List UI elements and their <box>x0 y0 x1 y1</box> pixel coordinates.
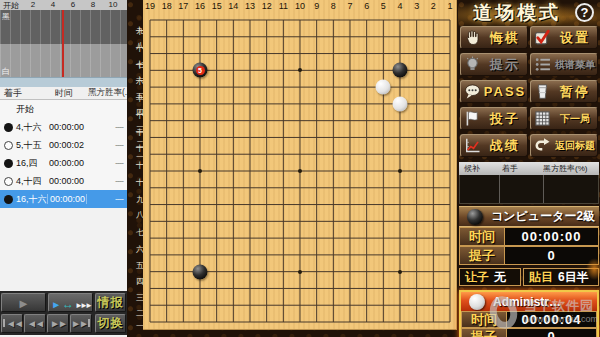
hoshi-point <box>298 68 302 72</box>
black-stone-icon <box>467 209 483 225</box>
button-label: 提示 <box>483 56 527 74</box>
pass-button[interactable]: PASS <box>460 80 528 103</box>
help-button[interactable]: ? <box>575 3 594 22</box>
fast-mode-icon <box>75 294 90 312</box>
fast-backward-button[interactable] <box>24 314 46 333</box>
results-button[interactable]: 战绩 <box>460 134 528 157</box>
settings-button[interactable]: 设置 <box>530 26 598 49</box>
row-label: 十六 <box>128 61 143 79</box>
return-icon <box>534 137 551 154</box>
left-panel: 开始246810 黑 白 着手 时间 黑方胜率(... 开始4,十六00:00:… <box>0 0 127 337</box>
move-row[interactable]: 开始 <box>0 100 127 118</box>
row-label: 十 <box>128 162 143 180</box>
column-label: 9 <box>314 1 319 11</box>
black-time-value: 00:00:00 <box>505 227 599 246</box>
move-winrate: ---- <box>87 140 123 150</box>
row-label: 一 <box>128 313 143 331</box>
mode-title: 道场模式 <box>459 0 575 26</box>
movelist-header-time: 时间 <box>47 87 87 100</box>
hoshi-point <box>198 169 202 173</box>
candidates-table: 候补 着手 黑方胜率(%) <box>459 162 599 204</box>
hoshi-point <box>298 270 302 274</box>
move-time: 00:00:00 <box>47 122 87 132</box>
button-label: 棋谱菜单 <box>553 58 597 72</box>
button-label: 战绩 <box>483 137 527 155</box>
grid-icon <box>534 110 551 127</box>
hand-icon <box>464 29 481 46</box>
skip-end-icon <box>71 318 91 329</box>
black-stone-icon <box>4 195 13 204</box>
black-captures-row: 提子 0 <box>459 246 599 265</box>
play-icon <box>17 294 30 312</box>
white-player-name: Administr… <box>493 295 561 309</box>
graph-axis-label: 8 <box>91 0 95 9</box>
move-row[interactable]: 4,十六00:00:00---- <box>0 118 127 136</box>
check-icon <box>534 29 551 46</box>
button-label: 投子 <box>483 110 527 128</box>
button-label: 悔棋 <box>483 29 527 47</box>
stone-black: 5 <box>193 63 208 78</box>
row-label: 二 <box>128 296 143 314</box>
graph-black-label: 黑 <box>2 11 10 22</box>
info-button[interactable]: 情报 <box>95 293 126 312</box>
move-time: 00:00:02 <box>47 140 87 150</box>
column-label: 5 <box>381 1 386 11</box>
switch-button[interactable]: 切换 <box>95 314 126 333</box>
column-label: 17 <box>178 1 188 11</box>
row-label: 十二 <box>128 128 143 146</box>
pause-button[interactable]: 暂停 <box>530 80 598 103</box>
black-captures-value: 0 <box>505 246 599 265</box>
title-bar: 道场模式 ? <box>459 0 599 25</box>
movelist-header-move: 着手 <box>0 87 47 100</box>
column-label: 19 <box>145 1 155 11</box>
row-label: 十七 <box>128 45 143 63</box>
candidates-body <box>459 175 599 204</box>
komi-value: 6目半 <box>558 269 589 286</box>
return-title-button[interactable]: 返回标题 <box>530 134 598 157</box>
transport-bar: 情报 切换 <box>0 291 127 335</box>
undo-button[interactable]: 悔棋 <box>460 26 528 49</box>
graph-axis-label: 6 <box>71 0 75 9</box>
move-coord: 4,十四 <box>16 175 42 188</box>
bulb-icon <box>464 56 481 73</box>
black-player-bar: コンピューター2級 <box>459 206 599 227</box>
chat-icon <box>464 83 481 100</box>
goban[interactable]: 19181716151413121110987654321 5 <box>143 0 457 330</box>
graph-axis-label: 2 <box>31 0 35 9</box>
handicap-label: 让子 <box>465 269 489 286</box>
row-label: 五 <box>128 246 143 264</box>
black-time-row: 时间 00:00:00 <box>459 227 599 246</box>
column-label: 12 <box>262 1 272 11</box>
button-label: 返回标题 <box>553 139 597 153</box>
kifu-menu-button: 棋谱菜单 <box>530 53 598 76</box>
board-grid[interactable]: 5 <box>150 20 450 322</box>
move-winrate: ---- <box>87 194 123 204</box>
row-label: 十四 <box>128 95 143 113</box>
fast-backward-icon <box>27 318 43 329</box>
graph-axis-label: 10 <box>109 0 118 9</box>
play-mode-icon <box>51 294 61 312</box>
column-label: 14 <box>228 1 238 11</box>
fast-forward-button[interactable] <box>47 314 69 333</box>
row-label: 六 <box>128 229 143 247</box>
column-label: 16 <box>195 1 205 11</box>
row-label: 十八 <box>128 28 143 46</box>
column-label: 18 <box>162 1 172 11</box>
skip-to-start-button[interactable] <box>1 314 23 333</box>
skip-to-end-button[interactable] <box>70 314 92 333</box>
row-label: 四 <box>128 263 143 281</box>
hoshi-point <box>398 169 402 173</box>
move-row[interactable]: 4,十四00:00:00---- <box>0 172 127 190</box>
black-stone-icon <box>4 123 13 132</box>
move-coord: 5,十五 <box>16 139 42 152</box>
play-button[interactable] <box>1 293 46 312</box>
stone-black <box>193 264 208 279</box>
move-row[interactable]: 5,十五00:00:02---- <box>0 136 127 154</box>
white-stone-icon <box>4 141 13 150</box>
white-time-row: 时间 00:00:04 <box>461 311 597 328</box>
cup-icon <box>534 83 551 100</box>
board-column-labels: 19181716151413121110987654321 <box>150 0 450 12</box>
hoshi-point <box>298 169 302 173</box>
button-label: 下一局 <box>553 112 597 126</box>
list-icon <box>534 56 551 73</box>
white-player-bar: Administr… <box>461 292 597 311</box>
column-label: 8 <box>331 1 336 11</box>
autoplay-mode-group[interactable] <box>48 293 93 312</box>
move-time: 00:00:00 <box>47 176 87 186</box>
column-label: 7 <box>347 1 352 11</box>
row-label: 十九 <box>128 11 143 29</box>
stone-white <box>393 96 408 111</box>
candidates-header: 候补 着手 黑方胜率(%) <box>459 162 599 175</box>
movelist: 开始4,十六00:00:00----5,十五00:00:02----16,四00… <box>0 100 127 208</box>
move-coord: 16,十六 <box>16 193 47 206</box>
board-region: 十九十八十七十六十五十四十三十二十一十九八七六五四三二一 19181716151… <box>127 0 458 337</box>
move-winrate: ---- <box>87 176 123 186</box>
movelist-header: 着手 时间 黑方胜率(... <box>0 87 127 100</box>
column-label: 2 <box>431 1 436 11</box>
row-label: 七 <box>128 212 143 230</box>
button-label: PASS <box>483 84 527 99</box>
button-label: 设置 <box>553 29 597 47</box>
current-move-line <box>62 10 64 77</box>
row-label: 八 <box>128 196 143 214</box>
row-label: 十五 <box>128 78 143 96</box>
white-stone-icon <box>469 294 485 310</box>
command-buttons: 悔棋设置提示棋谱菜单PASS暂停投子下一局战绩返回标题 <box>459 25 599 158</box>
move-time: 00:00:00 <box>47 158 87 168</box>
move-coord: 4,十六 <box>16 121 42 134</box>
move-coord: 16,四 <box>16 157 38 170</box>
komi-label: 貼目 <box>529 269 553 286</box>
column-label: 10 <box>295 1 305 11</box>
row-label: 三 <box>128 279 143 297</box>
column-label: 13 <box>245 1 255 11</box>
row-label: 十一 <box>128 145 143 163</box>
column-label: 1 <box>447 1 452 11</box>
movelist-header-winrate: 黑方胜率(... <box>87 87 127 99</box>
right-panel: 道场模式 ? 悔棋设置提示棋谱菜单PASS暂停投子下一局战绩返回标题 候补 着手… <box>458 0 600 337</box>
stone-black <box>393 63 408 78</box>
column-label: 3 <box>414 1 419 11</box>
white-time-value: 00:00:04 <box>507 311 597 328</box>
button-label: 暂停 <box>553 83 597 101</box>
move-time: 00:00:00 <box>47 194 87 204</box>
move-coord: 开始 <box>16 103 34 116</box>
graph-axis-label: 4 <box>51 0 55 9</box>
skip-start-icon <box>2 318 22 329</box>
loop-mode-icon <box>62 294 74 312</box>
column-label: 6 <box>364 1 369 11</box>
column-label: 15 <box>212 1 222 11</box>
hint-button: 提示 <box>460 53 528 76</box>
row-label: 九 <box>128 179 143 197</box>
next-game-button[interactable]: 下一局 <box>530 107 598 130</box>
move-row[interactable]: 16,四00:00:00---- <box>0 154 127 172</box>
fast-forward-icon <box>50 318 66 329</box>
move-row[interactable]: 16,十六00:00:00---- <box>0 190 127 208</box>
handicap-value: 无 <box>494 269 506 286</box>
white-stone-icon <box>4 177 13 186</box>
chart-icon <box>464 137 481 154</box>
board-row-labels: 十九十八十七十六十五十四十三十二十一十九八七六五四三二一 <box>128 20 143 322</box>
white-captures-value: 0 <box>507 328 597 337</box>
rules-row: 让子 无 貼目 6目半 <box>459 268 599 286</box>
graph-white-label: 白 <box>2 66 10 77</box>
black-stone-icon <box>4 159 13 168</box>
black-player-name: コンピューター2級 <box>491 208 595 225</box>
move-winrate: ---- <box>87 158 123 168</box>
column-label: 11 <box>279 1 288 11</box>
flag-icon <box>464 110 481 127</box>
go-app-window: 开始246810 黑 白 着手 时间 黑方胜率(... 开始4,十六00:00:… <box>0 0 600 337</box>
white-captures-row: 提子 0 <box>461 328 597 337</box>
column-label: 4 <box>397 1 402 11</box>
row-label: 十三 <box>128 112 143 130</box>
last-move-marker: 5 <box>196 66 205 75</box>
move-winrate: ---- <box>87 122 123 132</box>
winrate-graph: 开始246810 黑 白 <box>0 0 127 87</box>
hoshi-point <box>398 270 402 274</box>
resign-button[interactable]: 投子 <box>460 107 528 130</box>
white-player-box-active: Administr… 时间 00:00:04 提子 0 <box>459 290 599 337</box>
graph-scrollbar[interactable] <box>0 77 127 87</box>
stone-white <box>376 80 391 95</box>
graph-axis: 开始246810 <box>0 0 127 10</box>
